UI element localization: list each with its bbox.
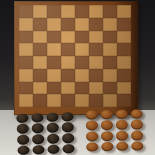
board-square[interactable] [61,43,75,56]
board-square[interactable] [19,94,33,107]
board-grid [19,5,131,107]
board-square[interactable] [19,31,33,44]
checker-piece[interactable] [17,135,29,145]
checker-piece[interactable] [87,142,99,152]
checker-piece[interactable] [48,144,60,154]
checker-piece[interactable] [116,109,128,119]
dark-pieces-tray [14,111,76,155]
board-square[interactable] [33,94,47,107]
board-square[interactable] [103,94,117,107]
checker-piece[interactable] [130,120,142,130]
board-square[interactable] [117,18,131,31]
board-square[interactable] [61,82,75,95]
checker-piece[interactable] [101,142,113,152]
board-square[interactable] [47,31,61,44]
checker-piece[interactable] [32,123,44,133]
board-square[interactable] [47,56,61,69]
board-square[interactable] [75,31,89,44]
board-square[interactable] [89,5,103,18]
checker-piece[interactable] [131,131,143,141]
board-square[interactable] [33,56,47,69]
board-square[interactable] [61,31,75,44]
board-square[interactable] [33,43,47,56]
board-square[interactable] [75,5,89,18]
board-square[interactable] [103,43,117,56]
board-square[interactable] [61,69,75,82]
light-pieces-tray [85,108,145,152]
checker-piece[interactable] [101,120,113,130]
checker-piece[interactable] [62,112,74,122]
board-square[interactable] [19,56,33,69]
board-square[interactable] [89,31,103,44]
checker-piece[interactable] [62,122,74,132]
board-square[interactable] [19,69,33,82]
board-square[interactable] [47,5,61,18]
checker-piece[interactable] [47,123,59,133]
board-square[interactable] [75,56,89,69]
checker-piece[interactable] [32,134,44,144]
board-square[interactable] [89,18,103,31]
board-square[interactable] [117,82,131,95]
board-square[interactable] [89,56,103,69]
board-square[interactable] [19,43,33,56]
checker-piece[interactable] [116,142,128,152]
board-square[interactable] [47,69,61,82]
checker-piece[interactable] [130,109,142,119]
board-photo [0,0,155,155]
checker-piece[interactable] [101,131,113,141]
board-square[interactable] [75,43,89,56]
board-square[interactable] [117,69,131,82]
board-square[interactable] [19,5,33,18]
board-square[interactable] [89,69,103,82]
board-square[interactable] [19,18,33,31]
board-square[interactable] [75,82,89,95]
board-square[interactable] [33,18,47,31]
board-square[interactable] [61,94,75,107]
board-square[interactable] [75,69,89,82]
board-square[interactable] [33,69,47,82]
board-square[interactable] [103,82,117,95]
board-square[interactable] [89,43,103,56]
checker-piece[interactable] [131,141,143,151]
board-square[interactable] [117,31,131,44]
board-square[interactable] [103,5,117,18]
board-square[interactable] [89,82,103,95]
board-square[interactable] [117,56,131,69]
board-square[interactable] [103,31,117,44]
checkers-board [14,1,138,115]
checker-piece[interactable] [31,113,43,123]
checker-piece[interactable] [86,131,98,141]
board-square[interactable] [47,82,61,95]
board-square[interactable] [33,5,47,18]
checker-piece[interactable] [47,134,59,144]
board-square[interactable] [103,69,117,82]
checker-piece[interactable] [17,145,29,155]
board-square[interactable] [61,5,75,18]
board-square[interactable] [89,94,103,107]
board-square[interactable] [117,43,131,56]
board-square[interactable] [33,31,47,44]
board-square[interactable] [117,5,131,18]
checker-piece[interactable] [46,112,58,122]
board-square[interactable] [103,56,117,69]
board-square[interactable] [75,18,89,31]
board-square[interactable] [61,56,75,69]
board-square[interactable] [61,18,75,31]
checker-piece[interactable] [32,145,44,155]
checker-piece[interactable] [116,131,128,141]
checker-piece[interactable] [116,120,128,130]
checker-piece[interactable] [62,133,74,143]
board-square[interactable] [103,18,117,31]
checker-piece[interactable] [101,110,113,120]
board-square[interactable] [33,82,47,95]
board-square[interactable] [19,82,33,95]
checker-piece[interactable] [16,124,28,134]
board-square[interactable] [75,94,89,107]
board-square[interactable] [47,94,61,107]
board-square[interactable] [47,18,61,31]
checker-piece[interactable] [86,110,98,120]
checker-piece[interactable] [86,121,98,131]
checker-piece[interactable] [63,144,75,154]
checker-piece[interactable] [16,113,28,123]
board-square[interactable] [117,94,131,107]
board-square[interactable] [47,43,61,56]
